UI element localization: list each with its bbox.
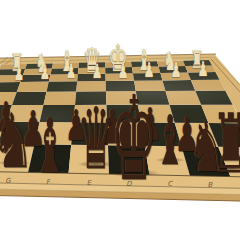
black-knight-g8: ♞ (0, 104, 34, 179)
piece-shadow (77, 161, 115, 167)
white-pawn-c2: ♟ (143, 60, 154, 81)
piece-shadow (212, 165, 240, 170)
white-pawn-b2: ♟ (170, 60, 181, 81)
black-bishop-f8: ♝ (33, 109, 67, 184)
chess-set-photo: GFEDCBA ♜♞♝♚♝♛♞♜♟♟♟♟♟♟♟♟♟♟♟♟♟♟♝♞♛♞♝♜♚ (0, 0, 240, 240)
black-king-d8: ♚ (111, 81, 158, 197)
black-pawn-f7: ♟ (65, 105, 87, 147)
white-bishop-c1: ♝ (136, 46, 151, 75)
black-pawn-h7: ♟ (0, 97, 17, 138)
black-bishop-c8: ♝ (155, 106, 186, 175)
white-pawn-d2: ♟ (117, 61, 128, 82)
piece-shadow (108, 169, 161, 177)
white-pawn-f2: ♟ (66, 62, 77, 82)
black-pawn-b7: ♟ (175, 111, 200, 159)
white-knight-g1: ♞ (35, 50, 49, 76)
black-knight-b8: ♞ (188, 113, 226, 182)
piece-shadow (0, 161, 30, 166)
white-rook-a1: ♜ (190, 48, 203, 73)
black-rook-a8: ♜ (212, 103, 240, 185)
white-pawn-e2: ♟ (92, 62, 103, 82)
white-pawn-h2: ♟ (14, 64, 24, 83)
black-pawn-d7: ♟ (138, 102, 162, 147)
black-queen-e8: ♛ (77, 97, 115, 182)
white-queen-e1: ♛ (83, 43, 101, 77)
white-rook-h1: ♜ (10, 51, 23, 76)
black-pawn-g7: ♟ (20, 105, 46, 154)
pieces-layer: ♜♞♝♚♝♛♞♜♟♟♟♟♟♟♟♟♟♟♟♟♟♟♝♞♛♞♝♜♚ (0, 0, 240, 240)
piece-shadow (155, 158, 186, 163)
white-king-d1: ♚ (108, 40, 128, 77)
white-pawn-g2: ♟ (40, 63, 50, 82)
piece-shadow (33, 166, 67, 171)
white-knight-b1: ♞ (163, 48, 177, 74)
black-pawn-e7: ♟ (100, 104, 124, 151)
white-bishop-f1: ♝ (59, 47, 74, 76)
white-pawn-a2: ♟ (197, 59, 208, 80)
piece-shadow (192, 165, 223, 170)
